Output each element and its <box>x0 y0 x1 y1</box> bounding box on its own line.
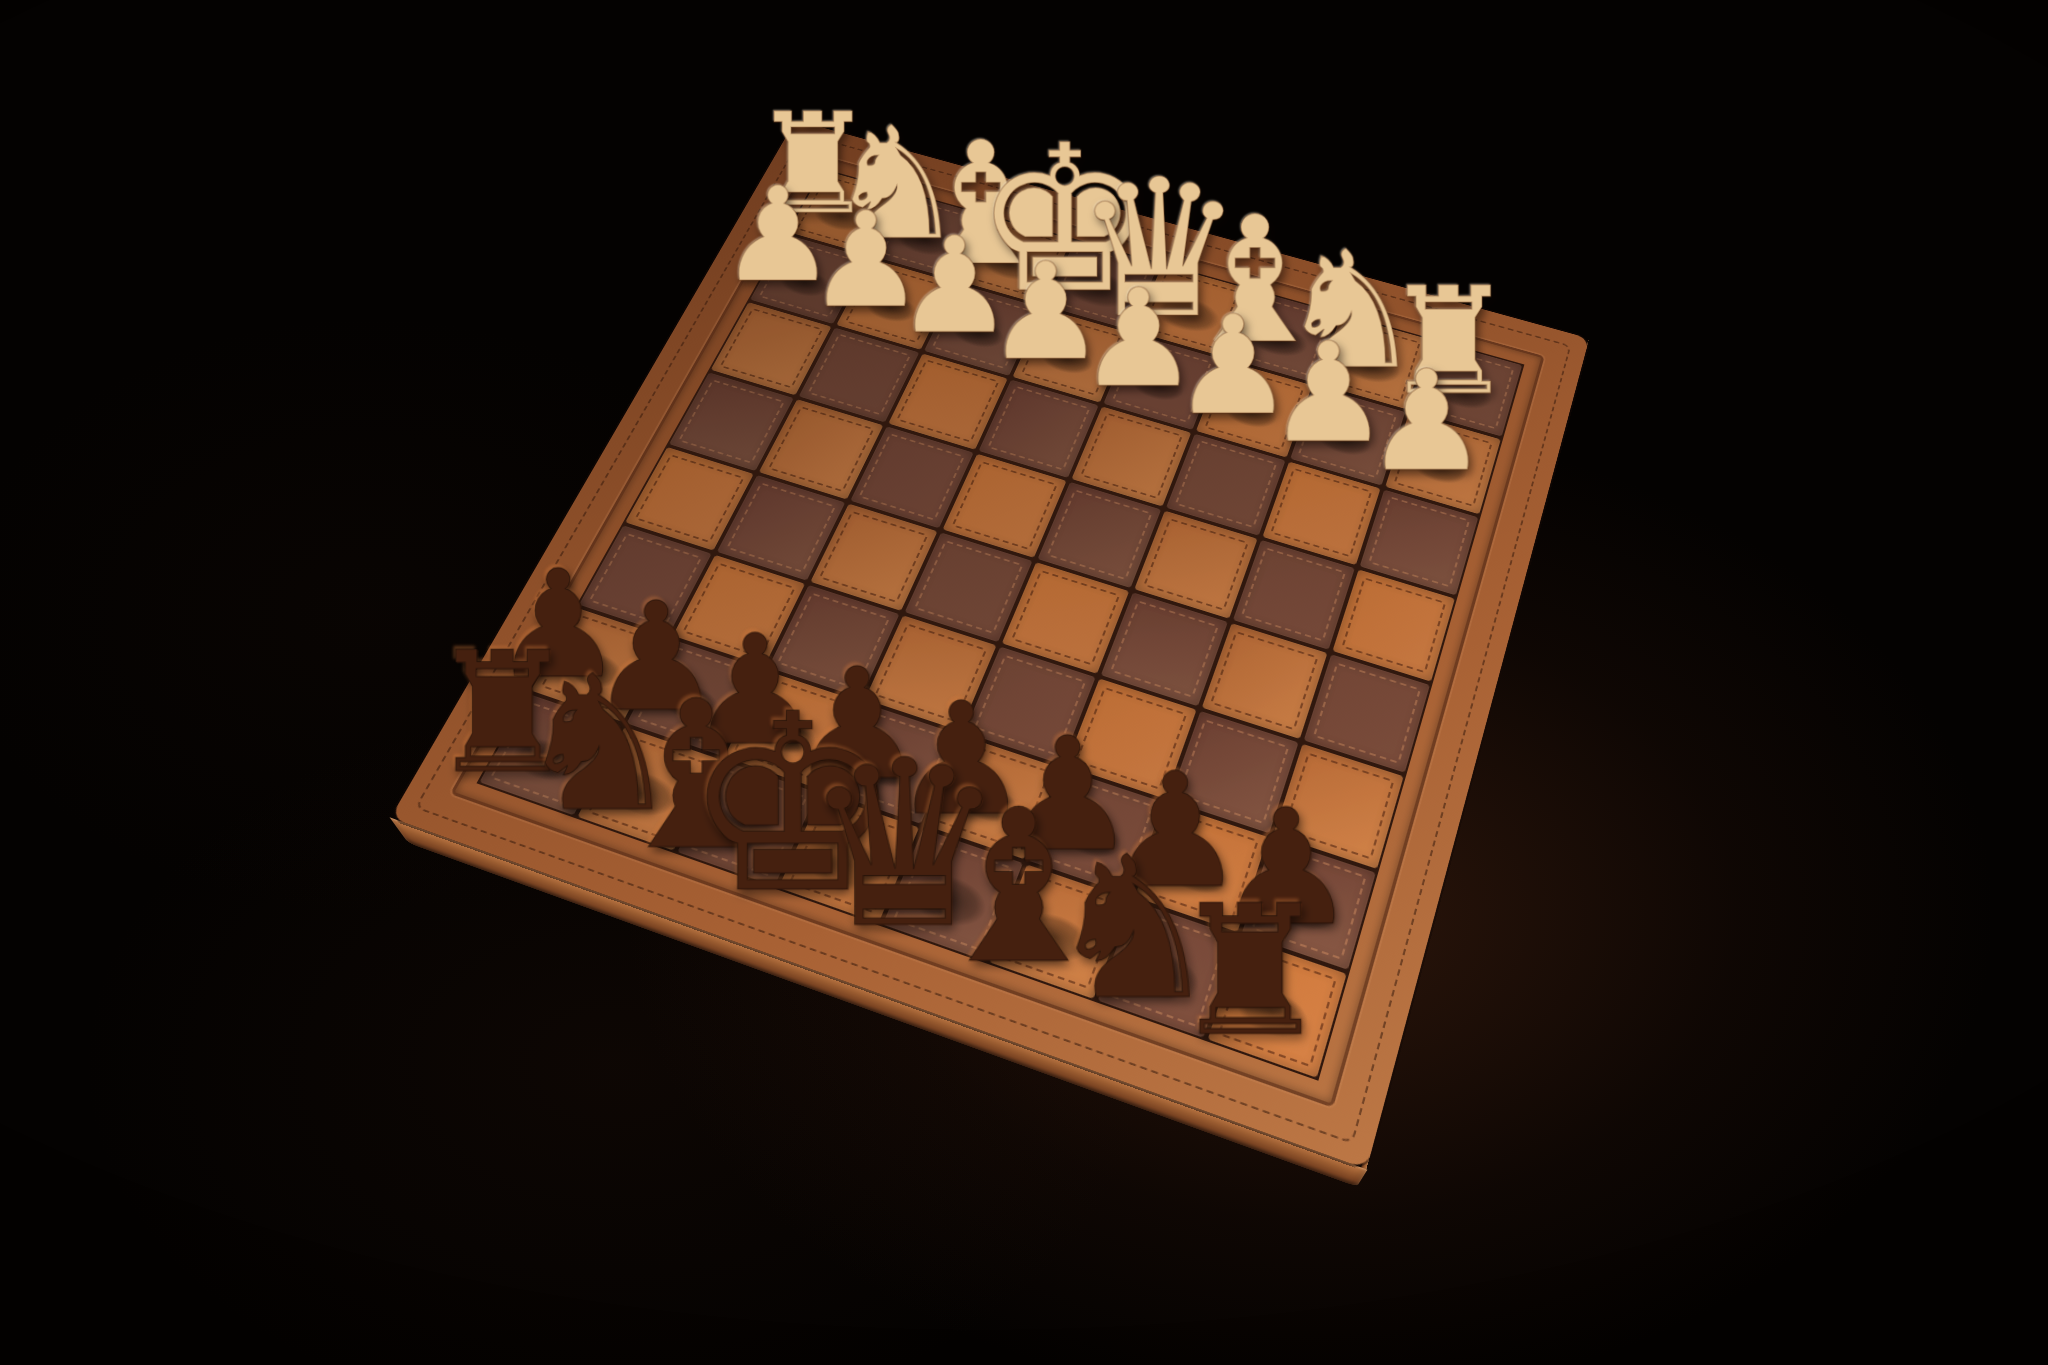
chess-board: ♜♞♝♚♛♝♞♜♟♟♟♟♟♟♟♟♟♟♟♟♟♟♟♟♜♞♝♚♛♝♞♜ <box>390 120 1589 1169</box>
board-scene: ♜♞♝♚♛♝♞♜♟♟♟♟♟♟♟♟♟♟♟♟♟♟♟♟♜♞♝♚♛♝♞♜ <box>570 95 1500 1025</box>
black-rook-a8: ♜ <box>1170 882 1331 1061</box>
photo-canvas: ♜♞♝♚♛♝♞♜♟♟♟♟♟♟♟♟♟♟♟♟♟♟♟♟♜♞♝♚♛♝♞♜ <box>0 0 2048 1365</box>
playing-area: ♜♞♝♚♛♝♞♜♟♟♟♟♟♟♟♟♟♟♟♟♟♟♟♟♜♞♝♚♛♝♞♜ <box>477 168 1525 1081</box>
